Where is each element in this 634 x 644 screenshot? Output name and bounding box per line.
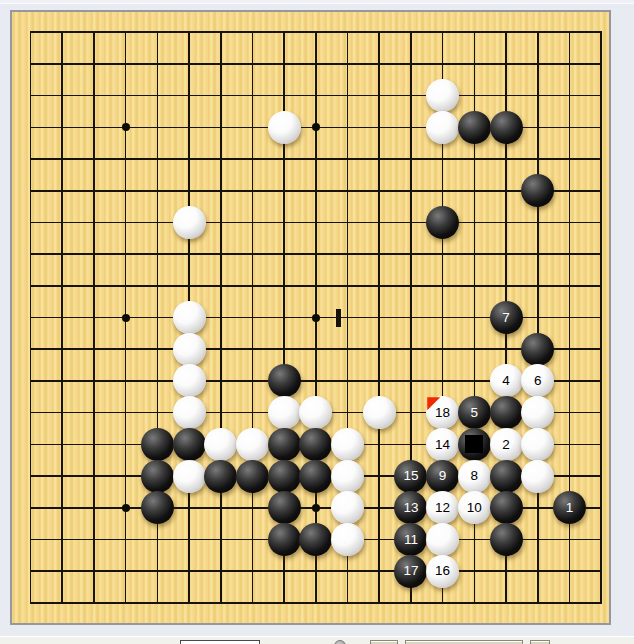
move-number: 18: [435, 406, 450, 420]
move-number: 1: [566, 501, 574, 515]
grid-line-horizontal: [30, 348, 602, 350]
move-number: 5: [471, 406, 479, 420]
stone-Q16: [490, 111, 523, 144]
stone-O16: [426, 111, 459, 144]
stone-O17: [426, 79, 459, 112]
stone-F7: [173, 396, 206, 429]
stone-N5: 15: [394, 460, 427, 493]
stone-O3: [426, 523, 459, 556]
stone-J3: [268, 523, 301, 556]
stone-F8: [173, 364, 206, 397]
stone-G5: [204, 460, 237, 493]
window-top-strip: [0, 0, 634, 4]
move-number: 8: [471, 469, 479, 483]
toolbar-button-small[interactable]: [370, 640, 398, 644]
grid-line-horizontal: [30, 602, 602, 604]
stone-J5: [268, 460, 301, 493]
move-number: 4: [502, 374, 510, 388]
stone-F9: [173, 333, 206, 366]
stone-Q5: [490, 460, 523, 493]
stone-H6: [236, 428, 269, 461]
stone-R5: [521, 460, 554, 493]
stone-N2: 17: [394, 555, 427, 588]
stone-O2: 16: [426, 555, 459, 588]
move-number: 10: [467, 501, 482, 515]
move-number: 17: [403, 564, 418, 578]
stone-O5: 9: [426, 460, 459, 493]
page: { "game": "go", "board_size": 19, "posit…: [0, 0, 634, 644]
stone-R6: [521, 428, 554, 461]
move-number: 2: [502, 438, 510, 452]
stone-E5: [141, 460, 174, 493]
stone-P4: 10: [458, 491, 491, 524]
stone-F10: [173, 301, 206, 334]
move-number: 13: [403, 501, 418, 515]
stone-L5: [331, 460, 364, 493]
square-marker: [465, 435, 483, 453]
stone-L4: [331, 491, 364, 524]
stone-S4: 1: [553, 491, 586, 524]
star-point: [312, 314, 320, 322]
stone-K5: [299, 460, 332, 493]
stone-K3: [299, 523, 332, 556]
stone-R8: 6: [521, 364, 554, 397]
stone-F6: [173, 428, 206, 461]
stone-E4: [141, 491, 174, 524]
star-point: [122, 504, 130, 512]
stone-Q6: 2: [490, 428, 523, 461]
stone-O6: 14: [426, 428, 459, 461]
stone-L3: [331, 523, 364, 556]
stone-K7: [299, 396, 332, 429]
stone-Q8: 4: [490, 364, 523, 397]
stone-Q4: [490, 491, 523, 524]
star-point: [312, 123, 320, 131]
star-point: [312, 504, 320, 512]
stone-P16: [458, 111, 491, 144]
grid-line-vertical: [600, 31, 602, 603]
stone-N4: 13: [394, 491, 427, 524]
stone-Q7: [490, 396, 523, 429]
move-number: 12: [435, 501, 450, 515]
stone-J16: [268, 111, 301, 144]
stone-E6: [141, 428, 174, 461]
stone-J4: [268, 491, 301, 524]
stone-P5: 8: [458, 460, 491, 493]
move-number: 7: [502, 311, 510, 325]
stone-R9: [521, 333, 554, 366]
stone-P7: 5: [458, 396, 491, 429]
go-board[interactable]: 74618514215981312101111716: [10, 10, 611, 625]
stone-J6: [268, 428, 301, 461]
stone-R7: [521, 396, 554, 429]
toolbar-button-tiny[interactable]: [530, 640, 550, 644]
grid-line-vertical: [537, 31, 539, 603]
stone-O13: [426, 206, 459, 239]
stone-F13: [173, 206, 206, 239]
stone-Q3: [490, 523, 523, 556]
toolbar-button-wide[interactable]: [405, 640, 523, 644]
stone-Q10: 7: [490, 301, 523, 334]
move-number: 14: [435, 438, 450, 452]
tengen-bar-marker: [336, 309, 341, 327]
stone-N3: 11: [394, 523, 427, 556]
grid-line-horizontal: [30, 570, 602, 572]
stone-F5: [173, 460, 206, 493]
stone-G6: [204, 428, 237, 461]
move-number: 9: [439, 469, 447, 483]
star-point: [122, 314, 130, 322]
grid-line-vertical: [378, 31, 380, 603]
stone-M7: [363, 396, 396, 429]
stone-J7: [268, 396, 301, 429]
move-number: 16: [435, 564, 450, 578]
stone-R14: [521, 174, 554, 207]
stone-L6: [331, 428, 364, 461]
stone-K6: [299, 428, 332, 461]
move-number: 11: [404, 533, 418, 547]
stone-J8: [268, 364, 301, 397]
stone-H5: [236, 460, 269, 493]
move-number: 6: [534, 374, 542, 388]
star-point: [122, 123, 130, 131]
stone-O4: 12: [426, 491, 459, 524]
toolbar-text-box[interactable]: [180, 640, 260, 644]
move-number: 15: [403, 469, 418, 483]
